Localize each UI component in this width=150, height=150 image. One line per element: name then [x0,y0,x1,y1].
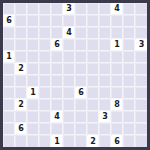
cell-r5-c7[interactable] [75,51,87,63]
cell-r2-c2[interactable] [15,15,27,27]
cell-r5-c2[interactable] [15,51,27,63]
cell-r12-c6[interactable] [63,135,75,147]
cell-r3-c9[interactable] [99,27,111,39]
clue-cell-r12-c10: 6 [111,135,123,147]
clue-cell-r4-c12: 3 [135,39,147,51]
cell-r8-c1[interactable] [3,87,15,99]
cell-r10-c1[interactable] [3,111,15,123]
cell-r12-c2[interactable] [15,135,27,147]
cell-r4-c6[interactable] [63,39,75,51]
cell-r7-c4[interactable] [39,75,51,87]
cell-r7-c1[interactable] [3,75,15,87]
cell-r4-c2[interactable] [15,39,27,51]
cell-r3-c12[interactable] [135,27,147,39]
cell-r6-c3[interactable] [27,63,39,75]
cell-r2-c9[interactable] [99,15,111,27]
cell-r12-c1[interactable] [3,135,15,147]
cell-r11-c3[interactable] [27,123,39,135]
cell-r6-c11[interactable] [123,63,135,75]
cell-r6-c10[interactable] [111,63,123,75]
cell-r12-c9[interactable] [99,135,111,147]
cell-r9-c9[interactable] [99,99,111,111]
cell-r9-c6[interactable] [63,99,75,111]
cell-r6-c6[interactable] [63,63,75,75]
cell-r8-c6[interactable] [63,87,75,99]
cell-r8-c9[interactable] [99,87,111,99]
cell-r2-c5[interactable] [51,15,63,27]
clue-cell-r9-c10: 8 [111,99,123,111]
cell-r5-c10[interactable] [111,51,123,63]
cell-r11-c8[interactable] [87,123,99,135]
clue-cell-r4-c10: 1 [111,39,123,51]
cell-r10-c8[interactable] [87,111,99,123]
cell-r10-c6[interactable] [63,111,75,123]
cell-r3-c8[interactable] [87,27,99,39]
cell-r6-c12[interactable] [135,63,147,75]
cell-r7-c6[interactable] [63,75,75,87]
cell-r12-c11[interactable] [123,135,135,147]
cell-r8-c8[interactable] [87,87,99,99]
cell-r2-c10[interactable] [111,15,123,27]
cell-r7-c12[interactable] [135,75,147,87]
clue-cell-r1-c10: 4 [111,3,123,15]
cell-r9-c12[interactable] [135,99,147,111]
cell-r4-c8[interactable] [87,39,99,51]
cell-r11-c7[interactable] [75,123,87,135]
cell-r12-c12[interactable] [135,135,147,147]
cell-r10-c7[interactable] [75,111,87,123]
cell-r9-c1[interactable] [3,99,15,111]
cell-r7-c9[interactable] [99,75,111,87]
cell-r2-c11[interactable] [123,15,135,27]
cell-r3-c2[interactable] [15,27,27,39]
cell-r9-c5[interactable] [51,99,63,111]
clue-cell-r2-c1: 6 [3,15,15,27]
cell-r1-c2[interactable] [15,3,27,15]
cell-r10-c4[interactable] [39,111,51,123]
cell-r10-c3[interactable] [27,111,39,123]
cell-r1-c8[interactable] [87,3,99,15]
cell-r4-c3[interactable] [27,39,39,51]
clue-cell-r1-c6: 3 [63,3,75,15]
cell-r6-c7[interactable] [75,63,87,75]
cell-r1-c3[interactable] [27,3,39,15]
clue-cell-r12-c5: 1 [51,135,63,147]
cell-r11-c1[interactable] [3,123,15,135]
cell-r5-c5[interactable] [51,51,63,63]
cell-r3-c3[interactable] [27,27,39,39]
cell-r12-c3[interactable] [27,135,39,147]
cell-r3-c1[interactable] [3,27,15,39]
clue-cell-r10-c9: 3 [99,111,111,123]
cell-r1-c7[interactable] [75,3,87,15]
nurikabe-board: 3464613121628436126 [0,0,150,150]
clue-cell-r12-c8: 2 [87,135,99,147]
cell-r5-c8[interactable] [87,51,99,63]
cell-r9-c11[interactable] [123,99,135,111]
cell-r3-c5[interactable] [51,27,63,39]
cell-r2-c8[interactable] [87,15,99,27]
cell-r1-c9[interactable] [99,3,111,15]
cell-r8-c11[interactable] [123,87,135,99]
cell-r5-c11[interactable] [123,51,135,63]
cell-r6-c9[interactable] [99,63,111,75]
cell-r11-c12[interactable] [135,123,147,135]
cell-r1-c12[interactable] [135,3,147,15]
cell-r6-c8[interactable] [87,63,99,75]
cell-r3-c11[interactable] [123,27,135,39]
cell-r2-c7[interactable] [75,15,87,27]
cell-r7-c7[interactable] [75,75,87,87]
cell-r11-c4[interactable] [39,123,51,135]
cell-r5-c6[interactable] [63,51,75,63]
cell-r8-c4[interactable] [39,87,51,99]
cell-r11-c10[interactable] [111,123,123,135]
cell-r9-c3[interactable] [27,99,39,111]
cell-r6-c4[interactable] [39,63,51,75]
cell-r6-c5[interactable] [51,63,63,75]
cell-r12-c7[interactable] [75,135,87,147]
cell-r1-c1[interactable] [3,3,15,15]
cell-r9-c7[interactable] [75,99,87,111]
cell-r8-c10[interactable] [111,87,123,99]
cell-r7-c10[interactable] [111,75,123,87]
cell-r1-c4[interactable] [39,3,51,15]
cell-r5-c3[interactable] [27,51,39,63]
cell-r8-c5[interactable] [51,87,63,99]
cell-r3-c7[interactable] [75,27,87,39]
cell-r2-c12[interactable] [135,15,147,27]
clue-cell-r8-c7: 6 [75,87,87,99]
cell-r11-c9[interactable] [99,123,111,135]
clue-cell-r11-c2: 6 [15,123,27,135]
cell-r7-c11[interactable] [123,75,135,87]
cell-r7-c5[interactable] [51,75,63,87]
cell-r9-c4[interactable] [39,99,51,111]
cell-r8-c2[interactable] [15,87,27,99]
cell-r4-c4[interactable] [39,39,51,51]
cell-r8-c12[interactable] [135,87,147,99]
cell-r5-c4[interactable] [39,51,51,63]
cell-r5-c9[interactable] [99,51,111,63]
clue-cell-r9-c2: 2 [15,99,27,111]
cell-r7-c3[interactable] [27,75,39,87]
clue-cell-r6-c2: 2 [15,63,27,75]
cell-r10-c12[interactable] [135,111,147,123]
cell-r7-c2[interactable] [15,75,27,87]
cell-r11-c11[interactable] [123,123,135,135]
cell-r2-c3[interactable] [27,15,39,27]
cell-r7-c8[interactable] [87,75,99,87]
cell-r4-c11[interactable] [123,39,135,51]
cell-r10-c2[interactable] [15,111,27,123]
cell-r1-c11[interactable] [123,3,135,15]
cell-r4-c7[interactable] [75,39,87,51]
cell-r5-c12[interactable] [135,51,147,63]
cell-r4-c1[interactable] [3,39,15,51]
clue-cell-r10-c5: 4 [51,111,63,123]
cell-r11-c6[interactable] [63,123,75,135]
clue-cell-r5-c1: 1 [3,51,15,63]
cell-r1-c5[interactable] [51,3,63,15]
cell-r6-c1[interactable] [3,63,15,75]
cell-r2-c4[interactable] [39,15,51,27]
cell-r3-c10[interactable] [111,27,123,39]
cell-r9-c8[interactable] [87,99,99,111]
cell-r2-c6[interactable] [63,15,75,27]
cell-r10-c11[interactable] [123,111,135,123]
cell-r3-c4[interactable] [39,27,51,39]
clue-cell-r4-c5: 6 [51,39,63,51]
clue-cell-r3-c6: 4 [63,27,75,39]
cell-r10-c10[interactable] [111,111,123,123]
clue-cell-r8-c3: 1 [27,87,39,99]
cell-r12-c4[interactable] [39,135,51,147]
cell-r4-c9[interactable] [99,39,111,51]
cell-r11-c5[interactable] [51,123,63,135]
